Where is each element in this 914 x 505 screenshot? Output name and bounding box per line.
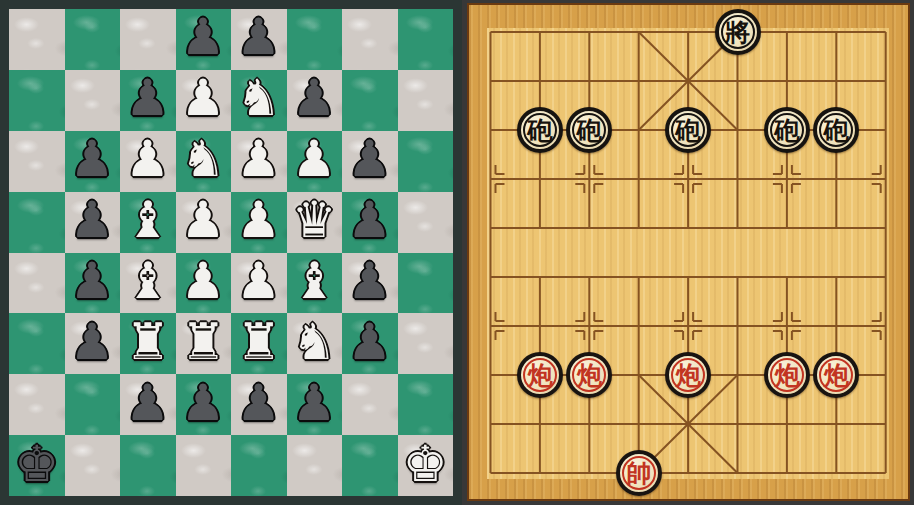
chess-square-h5[interactable]	[398, 192, 454, 253]
chess-square-g6[interactable]: ♟	[342, 131, 398, 192]
black-piece-ring: 砲	[523, 113, 557, 147]
chess-square-d7[interactable]: ♟	[176, 70, 232, 131]
red-piece-ring: 炮	[819, 358, 853, 392]
xiangqi-red-cannon[interactable]: 炮	[566, 352, 612, 398]
chess-square-d3[interactable]: ♜	[176, 313, 232, 374]
chess-square-d6[interactable]: ♞	[176, 131, 232, 192]
black-pawn[interactable]: ♟	[70, 134, 115, 184]
chess-square-h1[interactable]: ♚	[398, 435, 454, 496]
chess-square-a3[interactable]	[9, 313, 65, 374]
xiangqi-grid-lines	[487, 28, 889, 479]
chess-square-d2[interactable]: ♟	[176, 374, 232, 435]
white-queen[interactable]: ♛	[292, 195, 337, 245]
chess-square-h2[interactable]	[398, 374, 454, 435]
red-piece-character: 炮	[774, 363, 799, 388]
white-pawn[interactable]: ♟	[125, 134, 170, 184]
chess-square-f6[interactable]: ♟	[287, 131, 343, 192]
chess-square-b4[interactable]: ♟	[65, 253, 121, 314]
white-king[interactable]: ♚	[403, 439, 448, 489]
xiangqi-board: 將砲砲砲砲砲炮炮炮炮炮帥	[462, 0, 914, 505]
chess-square-d8[interactable]: ♟	[176, 9, 232, 70]
chess-square-b1[interactable]	[65, 435, 121, 496]
chess-square-c5[interactable]: ♝	[120, 192, 176, 253]
chess-square-f3[interactable]: ♞	[287, 313, 343, 374]
chess-square-f2[interactable]: ♟	[287, 374, 343, 435]
chess-square-d5[interactable]: ♟	[176, 192, 232, 253]
black-piece-character: 砲	[577, 118, 602, 143]
black-pawn[interactable]: ♟	[347, 134, 392, 184]
xiangqi-red-general[interactable]: 帥	[616, 450, 662, 496]
white-pawn[interactable]: ♟	[236, 195, 281, 245]
black-piece-character: 砲	[676, 118, 701, 143]
black-piece-ring: 砲	[770, 113, 804, 147]
black-pawn[interactable]: ♟	[236, 12, 281, 62]
xiangqi-red-cannon[interactable]: 炮	[517, 352, 563, 398]
dual-game-screen: ♟♟♟♟♞♟♟♟♞♟♟♟♟♝♟♟♛♟♟♝♟♟♝♟♟♜♜♜♞♟♟♟♟♟♚♚ 將砲砲…	[0, 0, 914, 505]
black-pawn[interactable]: ♟	[125, 73, 170, 123]
chess-square-c7[interactable]: ♟	[120, 70, 176, 131]
chess-square-a1[interactable]: ♚	[9, 435, 65, 496]
white-bishop[interactable]: ♝	[292, 256, 337, 306]
chess-square-g3[interactable]: ♟	[342, 313, 398, 374]
black-pawn[interactable]: ♟	[181, 12, 226, 62]
chess-square-h8[interactable]	[398, 9, 454, 70]
xiangqi-field: 將砲砲砲砲砲炮炮炮炮炮帥	[487, 28, 889, 479]
white-bishop[interactable]: ♝	[125, 195, 170, 245]
white-pawn[interactable]: ♟	[181, 256, 226, 306]
xiangqi-frame: 將砲砲砲砲砲炮炮炮炮炮帥	[467, 3, 910, 501]
chess-square-c3[interactable]: ♜	[120, 313, 176, 374]
red-piece-character: 炮	[527, 363, 552, 388]
chess-square-g8[interactable]	[342, 9, 398, 70]
chess-square-g7[interactable]	[342, 70, 398, 131]
xiangqi-black-general[interactable]: 將	[715, 9, 761, 55]
chess-square-e8[interactable]: ♟	[231, 9, 287, 70]
white-knight[interactable]: ♞	[292, 317, 337, 367]
chess-square-c8[interactable]	[120, 9, 176, 70]
white-pawn[interactable]: ♟	[236, 256, 281, 306]
black-pawn[interactable]: ♟	[70, 317, 115, 367]
white-rook[interactable]: ♜	[125, 317, 170, 367]
chess-square-a6[interactable]	[9, 131, 65, 192]
chess-square-h3[interactable]	[398, 313, 454, 374]
white-pawn[interactable]: ♟	[236, 134, 281, 184]
red-piece-ring: 炮	[523, 358, 557, 392]
chess-square-b5[interactable]: ♟	[65, 192, 121, 253]
black-pawn[interactable]: ♟	[347, 256, 392, 306]
chess-square-e1[interactable]	[231, 435, 287, 496]
chess-square-e2[interactable]: ♟	[231, 374, 287, 435]
black-pawn[interactable]: ♟	[292, 73, 337, 123]
chess-square-f4[interactable]: ♝	[287, 253, 343, 314]
chess-square-c1[interactable]	[120, 435, 176, 496]
red-piece-character: 炮	[577, 363, 602, 388]
white-knight[interactable]: ♞	[181, 134, 226, 184]
black-piece-character: 將	[725, 20, 750, 45]
xiangqi-red-general-cannon[interactable]: 炮	[813, 352, 859, 398]
chess-square-h7[interactable]	[398, 70, 454, 131]
chess-square-c2[interactable]: ♟	[120, 374, 176, 435]
black-pawn[interactable]: ♟	[181, 378, 226, 428]
red-piece-character: 炮	[824, 363, 849, 388]
white-knight[interactable]: ♞	[236, 73, 281, 123]
xiangqi-black-cannon[interactable]: 砲	[813, 107, 859, 153]
chess-square-e3[interactable]: ♜	[231, 313, 287, 374]
chess-square-d1[interactable]	[176, 435, 232, 496]
chess-square-g2[interactable]	[342, 374, 398, 435]
chess-square-f7[interactable]: ♟	[287, 70, 343, 131]
chess-square-a5[interactable]	[9, 192, 65, 253]
chess-square-e6[interactable]: ♟	[231, 131, 287, 192]
black-pawn[interactable]: ♟	[70, 195, 115, 245]
chess-square-b8[interactable]	[65, 9, 121, 70]
white-pawn[interactable]: ♟	[181, 73, 226, 123]
chess-square-a4[interactable]	[9, 253, 65, 314]
chess-square-g5[interactable]: ♟	[342, 192, 398, 253]
black-pawn[interactable]: ♟	[236, 378, 281, 428]
xiangqi-red-cannon[interactable]: 炮	[764, 352, 810, 398]
chess-square-e7[interactable]: ♞	[231, 70, 287, 131]
xiangqi-black-cannon[interactable]: 砲	[517, 107, 563, 153]
chess-square-f5[interactable]: ♛	[287, 192, 343, 253]
white-pawn[interactable]: ♟	[181, 195, 226, 245]
red-piece-character: 帥	[626, 461, 651, 486]
black-pawn[interactable]: ♟	[292, 378, 337, 428]
white-rook[interactable]: ♜	[181, 317, 226, 367]
chess-square-d4[interactable]: ♟	[176, 253, 232, 314]
xiangqi-black-cannon[interactable]: 砲	[665, 107, 711, 153]
red-piece-ring: 炮	[770, 358, 804, 392]
black-piece-ring: 砲	[572, 113, 606, 147]
chess-square-b6[interactable]: ♟	[65, 131, 121, 192]
red-piece-ring: 帥	[622, 456, 656, 490]
chess-square-a7[interactable]	[9, 70, 65, 131]
black-pawn[interactable]: ♟	[347, 195, 392, 245]
black-piece-ring: 砲	[819, 113, 853, 147]
chess-square-b2[interactable]	[65, 374, 121, 435]
red-piece-character: 炮	[676, 363, 701, 388]
xiangqi-black-cannon[interactable]: 砲	[764, 107, 810, 153]
chess-square-g1[interactable]	[342, 435, 398, 496]
black-piece-character: 砲	[824, 118, 849, 143]
chess-square-a2[interactable]	[9, 374, 65, 435]
xiangqi-black-cannon[interactable]: 砲	[566, 107, 612, 153]
black-piece-character: 砲	[527, 118, 552, 143]
black-pawn[interactable]: ♟	[70, 256, 115, 306]
chess-square-h4[interactable]	[398, 253, 454, 314]
chess-square-e5[interactable]: ♟	[231, 192, 287, 253]
red-piece-ring: 炮	[572, 358, 606, 392]
black-piece-ring: 將	[721, 15, 755, 49]
chess-square-f8[interactable]	[287, 9, 343, 70]
chess-square-b3[interactable]: ♟	[65, 313, 121, 374]
chess-square-h6[interactable]	[398, 131, 454, 192]
white-bishop[interactable]: ♝	[125, 256, 170, 306]
xiangqi-red-cannon[interactable]: 炮	[665, 352, 711, 398]
chess-square-b7[interactable]	[65, 70, 121, 131]
white-pawn[interactable]: ♟	[292, 134, 337, 184]
chess-square-g4[interactable]: ♟	[342, 253, 398, 314]
chess-board: ♟♟♟♟♞♟♟♟♞♟♟♟♟♝♟♟♛♟♟♝♟♟♝♟♟♜♜♜♞♟♟♟♟♟♚♚	[0, 0, 462, 505]
black-piece-character: 砲	[774, 118, 799, 143]
black-pawn[interactable]: ♟	[125, 378, 170, 428]
chess-square-c4[interactable]: ♝	[120, 253, 176, 314]
black-king[interactable]: ♚	[14, 439, 59, 489]
black-piece-ring: 砲	[671, 113, 705, 147]
chess-square-a8[interactable]	[9, 9, 65, 70]
black-pawn[interactable]: ♟	[347, 317, 392, 367]
red-piece-ring: 炮	[671, 358, 705, 392]
chess-square-f1[interactable]	[287, 435, 343, 496]
chess-grid: ♟♟♟♟♞♟♟♟♞♟♟♟♟♝♟♟♛♟♟♝♟♟♝♟♟♜♜♜♞♟♟♟♟♟♚♚	[9, 9, 453, 496]
chess-square-c6[interactable]: ♟	[120, 131, 176, 192]
chess-square-e4[interactable]: ♟	[231, 253, 287, 314]
white-rook[interactable]: ♜	[236, 317, 281, 367]
